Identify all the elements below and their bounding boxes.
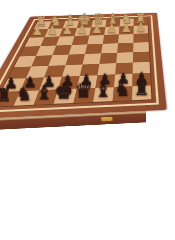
square[interactable]: [133, 52, 150, 63]
square[interactable]: [101, 43, 118, 53]
piece-bB[interactable]: ♝: [93, 81, 112, 100]
square[interactable]: ♟: [89, 27, 105, 36]
square[interactable]: ♟: [119, 26, 134, 35]
square[interactable]: ♟: [134, 26, 149, 34]
piece-wP[interactable]: ♟: [30, 25, 45, 37]
square[interactable]: [85, 44, 103, 54]
piece-bN[interactable]: ♞: [14, 86, 34, 104]
piece-bK[interactable]: ♚: [54, 81, 73, 103]
square[interactable]: ♜: [132, 86, 151, 101]
square[interactable]: [99, 53, 117, 64]
piece-wP[interactable]: ♟: [45, 24, 60, 36]
square[interactable]: ♟: [104, 26, 119, 35]
piece-wP[interactable]: ♟: [90, 23, 105, 35]
product-photo-scene: ♜♞♝♚♛♝♞♜♟♟♟♟♟♟♟♟♟♟♟♟♟♟♟♟♜♞♝♚♛♝♞♜: [0, 0, 175, 105]
piece-bN[interactable]: ♞: [113, 82, 132, 100]
square[interactable]: [72, 36, 90, 45]
square[interactable]: ♚: [54, 89, 77, 104]
piece-wP[interactable]: ♟: [104, 22, 119, 34]
square[interactable]: ♞: [113, 86, 133, 101]
piece-wP[interactable]: ♟: [134, 21, 149, 33]
chess-board: ♜♞♝♚♛♝♞♜♟♟♟♟♟♟♟♟♟♟♟♟♟♟♟♟♜♞♝♚♛♝♞♜: [0, 13, 167, 105]
square[interactable]: ♟: [60, 28, 77, 37]
square[interactable]: [116, 52, 133, 63]
square[interactable]: ♝: [93, 87, 114, 102]
square[interactable]: ♟: [74, 27, 91, 36]
piece-bB[interactable]: ♝: [34, 84, 54, 104]
piece-wP[interactable]: ♟: [119, 22, 134, 34]
board-grid: ♜♞♝♚♛♝♞♜♟♟♟♟♟♟♟♟♟♟♟♟♟♟♟♟♜♞♝♚♛♝♞♜: [0, 18, 151, 105]
square[interactable]: [83, 53, 102, 64]
piece-bR[interactable]: ♜: [132, 81, 151, 99]
piece-wP[interactable]: ♟: [75, 23, 90, 35]
square[interactable]: [117, 43, 133, 53]
board-frame: ♜♞♝♚♛♝♞♜♟♟♟♟♟♟♟♟♟♟♟♟♟♟♟♟♜♞♝♚♛♝♞♜: [0, 13, 167, 105]
piece-bR[interactable]: ♜: [0, 87, 14, 105]
square[interactable]: ♛: [73, 88, 95, 103]
piece-bQ[interactable]: ♛: [74, 81, 93, 102]
piece-wP[interactable]: ♟: [60, 24, 75, 36]
square[interactable]: [56, 36, 74, 45]
